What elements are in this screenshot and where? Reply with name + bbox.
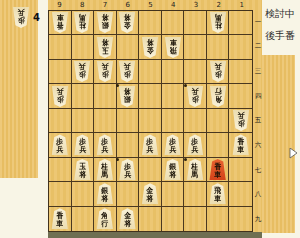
board-cell[interactable]: 桂馬 xyxy=(184,158,207,182)
rank-label: 五 xyxy=(254,109,262,134)
board-cell[interactable] xyxy=(162,84,185,108)
gote-piece[interactable]: 金将 xyxy=(118,12,136,33)
gote-piece[interactable]: 歩兵 xyxy=(232,110,250,131)
star-point xyxy=(184,84,187,87)
piece-kanji: 銀 xyxy=(101,21,108,29)
piece-kanji: 車 xyxy=(214,195,221,203)
last-move-sente-piece[interactable]: 香車 xyxy=(209,159,227,180)
piece-kanji: 馬 xyxy=(79,13,86,21)
board-cell[interactable]: 歩兵 xyxy=(94,133,117,157)
piece-kanji: 将 xyxy=(124,13,131,21)
board-cell[interactable]: 金将 xyxy=(139,35,162,59)
board-cell[interactable] xyxy=(139,84,162,108)
board-cell[interactable]: 歩兵 xyxy=(207,60,230,84)
shogi-board: 987654321 一二三四五六七八九 香車桂馬銀将金将桂馬玉将金将飛車歩兵歩兵… xyxy=(48,0,262,232)
piece-kanji: 兵 xyxy=(124,62,131,70)
piece-kanji: 行 xyxy=(214,87,221,95)
sente-piece[interactable]: 歩兵 xyxy=(186,134,204,155)
piece-kanji: 兵 xyxy=(169,146,176,154)
piece-kanji: 兵 xyxy=(18,8,25,16)
piece-kanji: 行 xyxy=(101,220,108,228)
board-cell[interactable] xyxy=(49,60,72,84)
gote-hand-group: 歩兵 4 xyxy=(12,7,40,28)
board-cell[interactable] xyxy=(207,35,230,59)
star-point xyxy=(116,84,119,87)
board-cell[interactable] xyxy=(139,207,162,231)
board-cell[interactable]: 香車 xyxy=(229,133,252,157)
piece-kanji: 歩 xyxy=(101,70,108,78)
piece-kanji: 車 xyxy=(169,38,176,46)
piece-kanji: 歩 xyxy=(214,70,221,78)
board-cell[interactable] xyxy=(229,182,252,206)
gote-piece[interactable]: 歩兵 xyxy=(96,61,114,82)
board-grid[interactable]: 香車桂馬銀将金将桂馬玉将金将飛車歩兵歩兵歩兵歩兵歩兵銀将歩兵角行歩兵歩兵歩兵歩兵… xyxy=(48,10,253,232)
board-cell[interactable]: 角行 xyxy=(94,207,117,231)
gote-hand-pawn-count: 4 xyxy=(33,12,40,23)
sente-piece[interactable]: 桂馬 xyxy=(186,159,204,180)
board-cell[interactable]: 桂馬 xyxy=(72,11,95,35)
piece-kanji: 歩 xyxy=(124,70,131,78)
board-cell[interactable] xyxy=(229,158,252,182)
file-label: 1 xyxy=(230,0,253,10)
rank-label: 一 xyxy=(254,10,262,35)
rank-labels: 一二三四五六七八九 xyxy=(254,10,262,232)
board-cell[interactable]: 飛車 xyxy=(162,35,185,59)
piece-kanji: 将 xyxy=(101,13,108,21)
sente-piece[interactable]: 香車 xyxy=(232,134,250,155)
board-cell[interactable]: 歩兵 xyxy=(139,133,162,157)
file-label: 6 xyxy=(116,0,139,10)
board-cell[interactable] xyxy=(162,11,185,35)
rank-label: 二 xyxy=(254,35,262,60)
piece-kanji: 将 xyxy=(79,171,86,179)
board-cell[interactable] xyxy=(207,133,230,157)
sente-piece[interactable]: 歩兵 xyxy=(73,134,91,155)
piece-kanji: 車 xyxy=(237,146,244,154)
piece-kanji: 兵 xyxy=(56,87,63,95)
gote-piece[interactable]: 歩兵 xyxy=(118,61,136,82)
piece-kanji: 兵 xyxy=(147,146,154,154)
sente-piece[interactable]: 銀将 xyxy=(96,183,114,204)
board-cell[interactable] xyxy=(72,182,95,206)
piece-kanji: 将 xyxy=(124,220,131,228)
board-cell[interactable]: 玉将 xyxy=(72,158,95,182)
board-cell[interactable]: 桂馬 xyxy=(94,158,117,182)
board-cell[interactable]: 香車 xyxy=(49,207,72,231)
board-cell[interactable]: 歩兵 xyxy=(49,84,72,108)
piece-kanji: 兵 xyxy=(79,146,86,154)
gote-piece[interactable]: 銀将 xyxy=(96,12,114,33)
board-cell[interactable] xyxy=(49,35,72,59)
gote-piece[interactable]: 歩兵 xyxy=(51,86,69,107)
gote-piece[interactable]: 玉将 xyxy=(96,37,114,58)
shogi-analysis-window: 歩兵 4 987654321 一二三四五六七八九 香車桂馬銀将金将桂馬玉将金将飛… xyxy=(0,0,300,238)
piece-kanji: 桂 xyxy=(214,21,221,29)
rank-label: 三 xyxy=(254,59,262,84)
sente-piece[interactable]: 玉将 xyxy=(73,159,91,180)
board-cell[interactable]: 香車 xyxy=(49,11,72,35)
file-label: 7 xyxy=(94,0,117,10)
rank-label: 六 xyxy=(254,133,262,158)
board-cell[interactable] xyxy=(162,109,185,133)
gote-piece[interactable]: 角行 xyxy=(209,86,227,107)
board-cell[interactable]: 歩兵 xyxy=(184,133,207,157)
file-label: 5 xyxy=(139,0,162,10)
board-cell[interactable]: 飛車 xyxy=(207,182,230,206)
rank-label: 八 xyxy=(254,183,262,208)
gote-piece[interactable]: 香車 xyxy=(51,12,69,33)
board-cell[interactable]: 金将 xyxy=(139,182,162,206)
star-point xyxy=(184,158,187,161)
board-cell[interactable] xyxy=(117,35,140,59)
board-bottom-edge xyxy=(48,232,262,238)
board-cell[interactable]: 角行 xyxy=(207,84,230,108)
mouse-cursor-icon xyxy=(289,148,298,159)
board-cell[interactable]: 歩兵 xyxy=(184,84,207,108)
board-cell[interactable]: 銀将 xyxy=(94,182,117,206)
status-text: 検討中 xyxy=(265,7,295,21)
piece-kanji: 将 xyxy=(169,171,176,179)
board-cell[interactable] xyxy=(72,109,95,133)
board-cell[interactable] xyxy=(184,182,207,206)
board-cell[interactable]: 歩兵 xyxy=(117,60,140,84)
file-label: 3 xyxy=(185,0,208,10)
rank-label: 九 xyxy=(254,207,262,232)
board-cell[interactable] xyxy=(184,207,207,231)
file-label: 8 xyxy=(71,0,94,10)
board-cell[interactable] xyxy=(229,60,252,84)
sente-piece[interactable]: 銀将 xyxy=(164,159,182,180)
board-cell[interactable]: 金将 xyxy=(117,11,140,35)
piece-kanji: 車 xyxy=(214,171,221,179)
sente-piece[interactable]: 歩兵 xyxy=(141,134,159,155)
piece-kanji: 将 xyxy=(101,195,108,203)
piece-kanji: 兵 xyxy=(79,62,86,70)
piece-kanji: 将 xyxy=(101,38,108,46)
sente-piece[interactable]: 桂馬 xyxy=(96,159,114,180)
board-cell[interactable] xyxy=(162,60,185,84)
board-cell[interactable] xyxy=(49,109,72,133)
board-cell[interactable] xyxy=(229,11,252,35)
info-panel: 検討中 後手番 xyxy=(262,0,300,238)
board-cell[interactable]: 銀将 xyxy=(162,158,185,182)
file-label: 2 xyxy=(207,0,230,10)
piece-kanji: 馬 xyxy=(192,171,199,179)
sente-piece[interactable]: 金将 xyxy=(118,208,136,229)
board-cell[interactable] xyxy=(49,182,72,206)
gote-piece[interactable]: 金将 xyxy=(141,37,159,58)
gote-piece[interactable]: 歩兵 xyxy=(73,61,91,82)
board-cell[interactable]: 金将 xyxy=(117,207,140,231)
piece-kanji: 馬 xyxy=(214,13,221,21)
piece-kanji: 兵 xyxy=(101,146,108,154)
board-cell[interactable] xyxy=(229,84,252,108)
board-cell[interactable] xyxy=(184,35,207,59)
board-cell[interactable] xyxy=(184,11,207,35)
gote-piece[interactable]: 歩兵 xyxy=(209,61,227,82)
piece-kanji: 兵 xyxy=(124,171,131,179)
board-cell[interactable] xyxy=(184,109,207,133)
piece-kanji: 将 xyxy=(124,87,131,95)
sente-piece[interactable]: 歩兵 xyxy=(96,134,114,155)
file-label: 9 xyxy=(48,0,71,10)
piece-kanji: 兵 xyxy=(214,62,221,70)
sente-piece[interactable]: 香車 xyxy=(51,208,69,229)
board-cell[interactable] xyxy=(184,60,207,84)
sente-piece[interactable]: 歩兵 xyxy=(118,159,136,180)
board-cell[interactable] xyxy=(94,109,117,133)
piece-kanji: 歩 xyxy=(79,70,86,78)
board-cell[interactable] xyxy=(117,109,140,133)
board-cell[interactable] xyxy=(72,35,95,59)
board-cell[interactable]: 歩兵 xyxy=(72,60,95,84)
board-cell[interactable]: 歩兵 xyxy=(117,158,140,182)
gote-piece[interactable]: 桂馬 xyxy=(73,12,91,33)
board-cell[interactable]: 歩兵 xyxy=(72,133,95,157)
board-cell[interactable]: 銀将 xyxy=(94,11,117,35)
piece-kanji: 車 xyxy=(56,220,63,228)
piece-kanji: 将 xyxy=(147,195,154,203)
board-cell[interactable] xyxy=(229,207,252,231)
sente-piece[interactable]: 歩兵 xyxy=(51,134,69,155)
piece-kanji: 兵 xyxy=(192,146,199,154)
board-cell[interactable] xyxy=(49,158,72,182)
board-cell[interactable] xyxy=(229,35,252,59)
sente-piece[interactable]: 飛車 xyxy=(209,183,227,204)
board-cell[interactable] xyxy=(117,182,140,206)
file-label: 4 xyxy=(162,0,185,10)
board-cell[interactable] xyxy=(162,182,185,206)
sente-piece[interactable]: 歩兵 xyxy=(164,134,182,155)
sente-piece[interactable]: 金将 xyxy=(141,183,159,204)
board-cell[interactable]: 玉将 xyxy=(94,35,117,59)
piece-kanji: 香 xyxy=(56,21,63,29)
rank-label: 七 xyxy=(254,158,262,183)
gote-piece[interactable]: 飛車 xyxy=(164,37,182,58)
board-cell[interactable]: 歩兵 xyxy=(49,133,72,157)
rank-label: 四 xyxy=(254,84,262,109)
board-cell[interactable] xyxy=(139,158,162,182)
board-cell[interactable] xyxy=(207,207,230,231)
gote-piece[interactable]: 歩兵 xyxy=(186,86,204,107)
board-cell[interactable] xyxy=(72,207,95,231)
piece-kanji: 将 xyxy=(147,38,154,46)
board-cell[interactable]: 歩兵 xyxy=(162,133,185,157)
board-cell[interactable] xyxy=(139,60,162,84)
piece-kanji: 馬 xyxy=(101,171,108,179)
piece-kanji: 兵 xyxy=(192,87,199,95)
piece-kanji: 車 xyxy=(56,13,63,21)
gote-piece[interactable]: 銀将 xyxy=(118,86,136,107)
file-labels: 987654321 xyxy=(48,0,253,10)
piece-kanji: 兵 xyxy=(101,62,108,70)
piece-kanji: 歩 xyxy=(237,119,244,127)
board-cell[interactable] xyxy=(117,133,140,157)
board-cell[interactable]: 歩兵 xyxy=(229,109,252,133)
piece-kanji: 金 xyxy=(124,21,131,29)
board-cell[interactable] xyxy=(94,84,117,108)
board-cell[interactable] xyxy=(162,207,185,231)
board-cell[interactable]: 銀将 xyxy=(117,84,140,108)
board-cell[interactable] xyxy=(139,11,162,35)
star-point xyxy=(116,158,119,161)
gote-piece[interactable]: 歩兵 xyxy=(12,7,30,28)
piece-kanji: 兵 xyxy=(237,111,244,119)
turn-indicator: 後手番 xyxy=(265,29,295,43)
board-cell[interactable] xyxy=(72,84,95,108)
board-cell[interactable]: 歩兵 xyxy=(94,60,117,84)
piece-kanji: 桂 xyxy=(79,21,86,29)
board-cell[interactable] xyxy=(139,109,162,133)
gote-hand-tray: 歩兵 4 xyxy=(0,0,38,178)
gote-piece[interactable]: 桂馬 xyxy=(209,12,227,33)
board-cell[interactable] xyxy=(207,109,230,133)
sente-piece[interactable]: 角行 xyxy=(96,208,114,229)
board-cell[interactable]: 香車 xyxy=(207,158,230,182)
piece-kanji: 兵 xyxy=(56,146,63,154)
piece-kanji: 歩 xyxy=(18,16,25,24)
board-cell[interactable]: 桂馬 xyxy=(207,11,230,35)
